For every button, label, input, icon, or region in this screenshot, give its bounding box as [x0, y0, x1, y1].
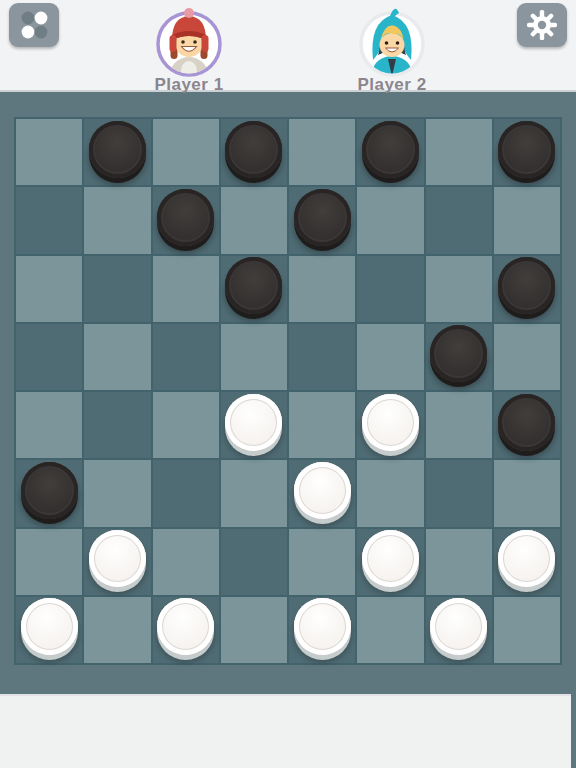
white-checker[interactable] [21, 598, 78, 655]
board-square-r7c4[interactable] [221, 529, 287, 595]
board-square-r4c2[interactable] [84, 324, 150, 390]
board-square-r1c1[interactable] [16, 119, 82, 185]
white-checker[interactable] [430, 598, 487, 655]
board-square-r3c4[interactable] [221, 256, 287, 322]
black-checker[interactable] [498, 257, 555, 314]
player1-panel: Player 1 [124, 2, 254, 95]
board-square-r3c5[interactable] [289, 256, 355, 322]
board-square-r5c1[interactable] [16, 392, 82, 458]
board-square-r6c7[interactable] [426, 460, 492, 526]
player2-avatar [358, 2, 426, 78]
white-checker[interactable] [498, 530, 555, 587]
board-square-r6c8[interactable] [494, 460, 560, 526]
board-square-r1c2[interactable] [84, 119, 150, 185]
four-dots-icon [17, 9, 51, 41]
checkers-board [14, 117, 562, 665]
board-square-r2c3[interactable] [153, 187, 219, 253]
board-square-r3c6[interactable] [357, 256, 423, 322]
player2-label: Player 2 [327, 75, 457, 95]
board-square-r8c6[interactable] [357, 597, 423, 663]
board-area [0, 92, 576, 694]
player2-panel: Player 2 [327, 2, 457, 95]
black-checker[interactable] [430, 325, 487, 382]
board-square-r7c3[interactable] [153, 529, 219, 595]
board-square-r1c3[interactable] [153, 119, 219, 185]
board-square-r6c1[interactable] [16, 460, 82, 526]
board-square-r7c1[interactable] [16, 529, 82, 595]
white-checker[interactable] [89, 530, 146, 587]
board-square-r1c8[interactable] [494, 119, 560, 185]
black-checker[interactable] [225, 257, 282, 314]
black-checker[interactable] [21, 462, 78, 519]
white-checker[interactable] [294, 462, 351, 519]
white-checker[interactable] [157, 598, 214, 655]
black-checker[interactable] [225, 121, 282, 178]
board-square-r8c3[interactable] [153, 597, 219, 663]
board-square-r3c2[interactable] [84, 256, 150, 322]
white-checker[interactable] [362, 530, 419, 587]
board-square-r5c5[interactable] [289, 392, 355, 458]
board-square-r5c7[interactable] [426, 392, 492, 458]
board-square-r6c4[interactable] [221, 460, 287, 526]
dice-button[interactable] [9, 3, 59, 47]
board-square-r2c8[interactable] [494, 187, 560, 253]
board-square-r5c8[interactable] [494, 392, 560, 458]
board-square-r8c8[interactable] [494, 597, 560, 663]
top-bar: Player 1 Playe [0, 0, 576, 92]
app-screen: Player 1 Playe [0, 0, 576, 768]
board-square-r4c6[interactable] [357, 324, 423, 390]
board-square-r8c7[interactable] [426, 597, 492, 663]
player1-label: Player 1 [124, 75, 254, 95]
bottom-panel [0, 694, 571, 768]
board-square-r2c1[interactable] [16, 187, 82, 253]
board-square-r2c5[interactable] [289, 187, 355, 253]
board-square-r5c4[interactable] [221, 392, 287, 458]
board-square-r6c2[interactable] [84, 460, 150, 526]
black-checker[interactable] [157, 189, 214, 246]
board-square-r8c5[interactable] [289, 597, 355, 663]
board-square-r5c3[interactable] [153, 392, 219, 458]
board-square-r1c4[interactable] [221, 119, 287, 185]
board-square-r1c6[interactable] [357, 119, 423, 185]
board-square-r7c6[interactable] [357, 529, 423, 595]
board-square-r7c2[interactable] [84, 529, 150, 595]
black-checker[interactable] [498, 121, 555, 178]
board-square-r3c7[interactable] [426, 256, 492, 322]
board-square-r4c8[interactable] [494, 324, 560, 390]
board-square-r8c2[interactable] [84, 597, 150, 663]
board-square-r4c3[interactable] [153, 324, 219, 390]
board-square-r5c6[interactable] [357, 392, 423, 458]
board-square-r3c1[interactable] [16, 256, 82, 322]
board-square-r6c6[interactable] [357, 460, 423, 526]
white-checker[interactable] [294, 598, 351, 655]
board-square-r7c8[interactable] [494, 529, 560, 595]
board-square-r1c5[interactable] [289, 119, 355, 185]
board-square-r2c4[interactable] [221, 187, 287, 253]
board-square-r4c4[interactable] [221, 324, 287, 390]
board-square-r8c4[interactable] [221, 597, 287, 663]
board-square-r2c6[interactable] [357, 187, 423, 253]
black-checker[interactable] [498, 394, 555, 451]
black-checker[interactable] [89, 121, 146, 178]
board-square-r3c3[interactable] [153, 256, 219, 322]
player1-avatar [155, 2, 223, 78]
black-checker[interactable] [362, 121, 419, 178]
board-square-r2c2[interactable] [84, 187, 150, 253]
board-square-r6c5[interactable] [289, 460, 355, 526]
board-square-r1c7[interactable] [426, 119, 492, 185]
board-square-r6c3[interactable] [153, 460, 219, 526]
settings-button[interactable] [517, 3, 567, 47]
board-square-r3c8[interactable] [494, 256, 560, 322]
board-square-r4c5[interactable] [289, 324, 355, 390]
white-checker[interactable] [362, 394, 419, 451]
board-square-r2c7[interactable] [426, 187, 492, 253]
board-square-r5c2[interactable] [84, 392, 150, 458]
black-checker[interactable] [294, 189, 351, 246]
board-square-r4c7[interactable] [426, 324, 492, 390]
board-square-r7c7[interactable] [426, 529, 492, 595]
board-square-r7c5[interactable] [289, 529, 355, 595]
gear-icon [525, 9, 559, 41]
board-square-r8c1[interactable] [16, 597, 82, 663]
board-square-r4c1[interactable] [16, 324, 82, 390]
white-checker[interactable] [225, 394, 282, 451]
